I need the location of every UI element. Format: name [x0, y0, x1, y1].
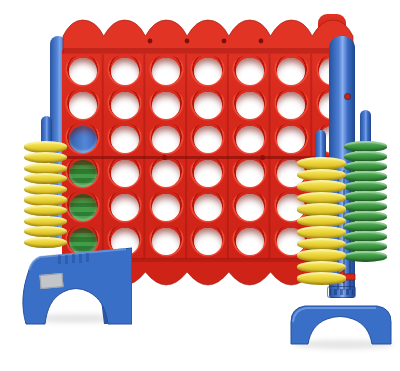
empty-slot — [194, 92, 222, 119]
yellow-disc — [24, 226, 67, 237]
yellow-disc — [297, 180, 346, 192]
empty-slot — [69, 160, 97, 187]
green-disc — [344, 221, 387, 232]
right-leg — [288, 292, 394, 346]
yellow-disc — [297, 157, 346, 169]
yellow-disc-stack — [297, 158, 346, 285]
board-cell — [62, 156, 104, 190]
board-cell — [187, 54, 229, 88]
board-cell — [187, 156, 229, 190]
board-cell — [187, 88, 229, 122]
yellow-disc — [24, 163, 67, 174]
yellow-disc — [24, 237, 67, 248]
empty-slot — [236, 58, 264, 85]
board-cell — [229, 190, 271, 224]
board-cell — [145, 122, 187, 156]
yellow-disc — [24, 216, 67, 227]
board-cell — [104, 88, 146, 122]
yellow-disc-stack — [24, 142, 67, 248]
yellow-disc — [297, 169, 346, 181]
empty-slot — [194, 228, 222, 255]
empty-slot — [111, 160, 139, 187]
board-cell — [104, 190, 146, 224]
yellow-disc — [297, 249, 346, 261]
board-cell — [104, 122, 146, 156]
board-cell — [104, 54, 146, 88]
yellow-disc — [24, 152, 67, 163]
green-disc — [344, 211, 387, 222]
empty-slot — [194, 160, 222, 187]
empty-slot — [69, 194, 97, 221]
empty-slot — [152, 58, 180, 85]
green-disc — [344, 251, 387, 262]
right-leg-foot — [291, 306, 391, 344]
green-disc — [344, 151, 387, 162]
green-disc — [344, 231, 387, 242]
board-cell — [187, 122, 229, 156]
board-cell — [187, 190, 229, 224]
board-cell — [229, 122, 271, 156]
board-top-rail — [62, 14, 354, 54]
board-cell — [145, 54, 187, 88]
empty-slot — [277, 58, 305, 85]
rail-shadow-line — [63, 48, 353, 53]
empty-slot — [236, 126, 264, 153]
empty-slot — [152, 92, 180, 119]
board-cell — [271, 122, 313, 156]
empty-slot — [277, 126, 305, 153]
yellow-disc — [297, 226, 346, 238]
yellow-disc — [24, 141, 67, 152]
green-disc — [344, 181, 387, 192]
green-disc — [344, 191, 387, 202]
left-leg-foot — [23, 248, 132, 324]
empty-slot — [152, 160, 180, 187]
board-cell — [145, 190, 187, 224]
empty-slot — [111, 92, 139, 119]
board-cell — [104, 156, 146, 190]
yellow-disc — [24, 194, 67, 205]
empty-slot — [236, 160, 264, 187]
sticker-label — [39, 273, 63, 289]
empty-slot — [69, 92, 97, 119]
board-cell — [62, 122, 104, 156]
red-screw — [345, 94, 350, 99]
empty-slot — [69, 58, 97, 85]
empty-slot — [152, 126, 180, 153]
green-disc — [344, 161, 387, 172]
yellow-disc — [24, 173, 67, 184]
empty-slot — [111, 58, 139, 85]
board-cell — [187, 224, 229, 258]
board-cell — [145, 224, 187, 258]
empty-slot — [111, 194, 139, 221]
yellow-disc — [24, 184, 67, 195]
board-cell — [62, 190, 104, 224]
empty-slot — [194, 126, 222, 153]
empty-slot — [69, 126, 97, 153]
empty-slot — [111, 126, 139, 153]
empty-slot — [152, 228, 180, 255]
board-cell — [62, 54, 104, 88]
empty-slot — [277, 92, 305, 119]
board-cell — [229, 224, 271, 258]
yellow-disc — [297, 272, 346, 284]
empty-slot — [236, 92, 264, 119]
empty-slot — [152, 194, 180, 221]
board-cell — [271, 88, 313, 122]
green-disc-stack — [344, 142, 387, 262]
board-cell — [145, 88, 187, 122]
yellow-disc — [297, 192, 346, 204]
empty-slot — [194, 58, 222, 85]
green-disc — [344, 201, 387, 212]
yellow-disc — [297, 261, 346, 273]
board-cell — [229, 88, 271, 122]
empty-slot — [236, 228, 264, 255]
board-cell — [62, 88, 104, 122]
embossed-plaque — [327, 286, 356, 298]
left-leg — [16, 240, 132, 326]
board-cell — [271, 54, 313, 88]
empty-slot — [236, 194, 264, 221]
empty-slot — [194, 194, 222, 221]
yellow-disc — [297, 203, 346, 215]
board-cell — [229, 54, 271, 88]
product-photo — [0, 0, 400, 371]
yellow-disc — [24, 205, 67, 216]
green-disc — [344, 141, 387, 152]
yellow-disc — [297, 215, 346, 227]
board-cell — [145, 156, 187, 190]
board-cell — [229, 156, 271, 190]
yellow-disc — [297, 238, 346, 250]
green-disc — [344, 171, 387, 182]
green-disc — [344, 241, 387, 252]
